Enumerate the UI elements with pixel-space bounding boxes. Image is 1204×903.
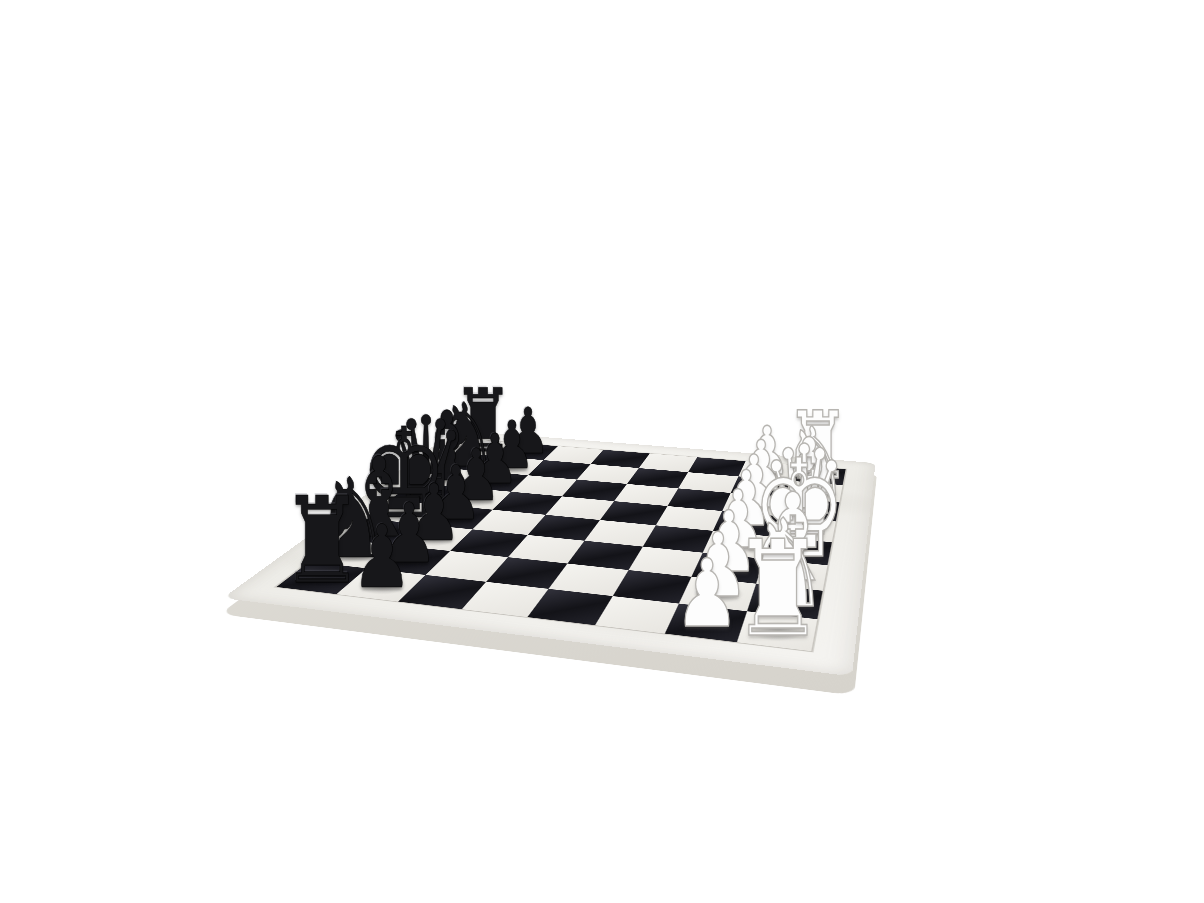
chessboard-marble-slab <box>223 430 876 676</box>
square-h1 <box>737 611 817 651</box>
chessboard-grid <box>276 439 845 651</box>
scene-caption: Black and white alabaster chess set on a… <box>0 0 1 1</box>
square-b1 <box>784 481 842 503</box>
square-h2 <box>665 604 747 643</box>
chessboard-3d-wrap <box>340 260 860 780</box>
product-photo-canvas: ♜♟♟♜♞♟♟♞♝♟♟♝♛♟♟♛♚♟♟♚♝♟♟♝♞♟♟♞♜♟♟♜ Black a… <box>0 0 1204 903</box>
square-d3 <box>656 506 722 531</box>
